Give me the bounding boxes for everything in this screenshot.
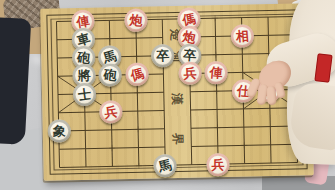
piece-glyph: 傌 — [129, 67, 145, 83]
piece-red-cannon[interactable]: 炮 — [124, 8, 147, 31]
scene: 楚河漢界車砲馬卒將砲士象卒馬俥炮傌炮傌兵俥相仕帥兵兵 — [0, 0, 335, 190]
piece-glyph: 炮 — [129, 13, 143, 27]
piece-glyph: 砲 — [76, 50, 90, 64]
piece-glyph: 兵 — [183, 67, 196, 80]
piece-red-兵[interactable]: 兵 — [206, 152, 229, 175]
piece-glyph: 卒 — [156, 49, 169, 62]
bystander-dark-clothing — [0, 17, 31, 145]
piece-red-elephant[interactable]: 相 — [230, 24, 253, 47]
piece-glyph: 馬 — [157, 157, 173, 173]
piece-glyph: 將 — [78, 69, 91, 82]
piece-glyph: 砲 — [103, 68, 117, 82]
piece-glyph: 車 — [75, 31, 91, 47]
piece-glyph: 士 — [77, 87, 92, 102]
piece-glyph: 俥 — [209, 66, 223, 80]
piece-glyph: 相 — [235, 29, 249, 43]
river-inscription-char: 界 — [171, 132, 185, 146]
piece-black-advisor[interactable]: 士 — [73, 82, 96, 105]
piece-glyph: 馬 — [102, 49, 118, 65]
piece-glyph: 兵 — [104, 104, 119, 119]
piece-glyph: 炮 — [181, 29, 196, 44]
piece-black-horse[interactable]: 馬 — [154, 154, 177, 177]
piece-glyph: 兵 — [212, 158, 225, 171]
piece-glyph: 卒 — [182, 48, 196, 62]
piece-glyph: 象 — [52, 124, 65, 137]
piece-glyph: 傌 — [181, 11, 196, 26]
piece-glyph: 俥 — [75, 13, 90, 28]
river-inscription-char: 漢 — [170, 92, 184, 106]
piece-black-elephant[interactable]: 象 — [47, 119, 70, 142]
